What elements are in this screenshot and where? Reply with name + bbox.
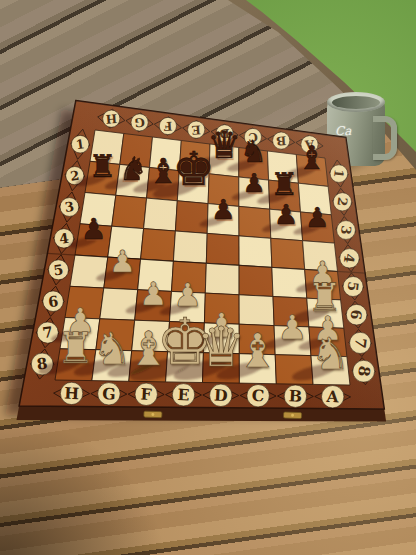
- brass-clasp-icon: [284, 412, 302, 419]
- chessboard: HH11GG22FF33EE44DD55CC66BB77AA88: [0, 0, 416, 555]
- scene-photo: Ca HH11GG22FF33EE44DD55CC66BB77AA88 ♛♞♝♜…: [0, 0, 416, 555]
- brass-clasp-icon: [144, 411, 162, 418]
